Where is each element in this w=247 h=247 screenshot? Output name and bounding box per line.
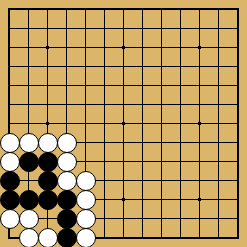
board-point[interactable] [57,152,76,171]
board-point[interactable] [19,190,38,209]
board-point[interactable] [152,171,171,190]
board-point[interactable] [19,228,38,247]
white-stone[interactable] [38,228,58,247]
board-point[interactable] [76,76,95,95]
board-point[interactable] [171,38,190,57]
board-point[interactable] [0,19,19,38]
board-point[interactable] [38,133,57,152]
board-point[interactable] [95,152,114,171]
board-point[interactable] [171,95,190,114]
board-point[interactable] [38,114,57,133]
board-point[interactable] [95,209,114,228]
board-point[interactable] [171,228,190,247]
board-point[interactable] [76,38,95,57]
board-point[interactable] [209,190,228,209]
board-point[interactable] [76,19,95,38]
board-point[interactable] [228,114,247,133]
board-point[interactable] [209,76,228,95]
board-point[interactable] [57,209,76,228]
board-point[interactable] [38,209,57,228]
board-point[interactable] [19,152,38,171]
white-stone[interactable] [0,209,20,229]
board-point[interactable] [38,76,57,95]
board-point[interactable] [228,95,247,114]
board-point[interactable] [114,133,133,152]
board-point[interactable] [114,95,133,114]
board-point[interactable] [171,19,190,38]
board-point[interactable] [190,190,209,209]
white-stone[interactable] [76,228,96,247]
board-point[interactable] [152,228,171,247]
board-point[interactable] [38,57,57,76]
white-stone[interactable] [57,133,77,153]
board-point[interactable] [228,171,247,190]
board-point[interactable] [133,152,152,171]
board-point[interactable] [95,38,114,57]
board-point[interactable] [114,152,133,171]
board-point[interactable] [228,38,247,57]
board-point[interactable] [19,0,38,19]
board-point[interactable] [38,152,57,171]
board-point[interactable] [95,0,114,19]
white-stone[interactable] [76,209,96,229]
board-point[interactable] [228,209,247,228]
board-point[interactable] [133,171,152,190]
board-point[interactable] [19,114,38,133]
board-point[interactable] [228,228,247,247]
board-point[interactable] [95,133,114,152]
board-point[interactable] [114,228,133,247]
board-point[interactable] [19,57,38,76]
board-point[interactable] [0,171,19,190]
board-point[interactable] [0,38,19,57]
board-point[interactable] [152,152,171,171]
board-point[interactable] [95,57,114,76]
board-point[interactable] [209,57,228,76]
board-point[interactable] [114,19,133,38]
board-point[interactable] [114,114,133,133]
stone-grid [0,0,247,247]
board-point[interactable] [228,76,247,95]
board-point[interactable] [0,95,19,114]
board-point[interactable] [190,0,209,19]
board-point[interactable] [133,76,152,95]
black-stone[interactable] [0,171,20,191]
board-point[interactable] [114,76,133,95]
board-point[interactable] [190,133,209,152]
board-point[interactable] [209,228,228,247]
board-point[interactable] [38,228,57,247]
board-point[interactable] [209,95,228,114]
white-stone[interactable] [19,209,39,229]
board-point[interactable] [76,209,95,228]
board-point[interactable] [19,76,38,95]
board-point[interactable] [190,95,209,114]
board-point[interactable] [0,76,19,95]
board-point[interactable] [152,95,171,114]
go-board-diagram [0,0,247,247]
board-point[interactable] [76,190,95,209]
board-point[interactable] [228,152,247,171]
black-stone[interactable] [38,190,58,210]
board-point[interactable] [76,133,95,152]
board-point[interactable] [133,0,152,19]
board-point[interactable] [95,76,114,95]
board-point[interactable] [190,171,209,190]
board-point[interactable] [190,209,209,228]
board-point[interactable] [95,190,114,209]
board-point[interactable] [228,57,247,76]
board-point[interactable] [38,95,57,114]
white-stone[interactable] [76,190,96,210]
board-point[interactable] [190,76,209,95]
board-point[interactable] [57,95,76,114]
board-point[interactable] [114,190,133,209]
board-point[interactable] [133,19,152,38]
board-point[interactable] [171,171,190,190]
board-point[interactable] [228,133,247,152]
board-point[interactable] [133,228,152,247]
board-point[interactable] [152,190,171,209]
board-point[interactable] [19,95,38,114]
board-point[interactable] [171,114,190,133]
board-point[interactable] [209,38,228,57]
board-point[interactable] [152,38,171,57]
board-point[interactable] [76,114,95,133]
white-stone[interactable] [0,133,20,153]
board-point[interactable] [209,152,228,171]
black-stone[interactable] [19,152,39,172]
board-point[interactable] [133,95,152,114]
board-point[interactable] [171,152,190,171]
board-point[interactable] [57,38,76,57]
board-point[interactable] [57,171,76,190]
board-point[interactable] [0,114,19,133]
board-point[interactable] [76,0,95,19]
board-point[interactable] [133,190,152,209]
board-point[interactable] [38,0,57,19]
board-point[interactable] [38,190,57,209]
board-point[interactable] [19,133,38,152]
board-point[interactable] [190,114,209,133]
black-stone[interactable] [0,190,20,210]
board-point[interactable] [152,114,171,133]
board-point[interactable] [190,57,209,76]
board-point[interactable] [76,228,95,247]
board-point[interactable] [0,152,19,171]
board-point[interactable] [209,209,228,228]
board-point[interactable] [57,133,76,152]
board-point[interactable] [95,171,114,190]
board-point[interactable] [76,57,95,76]
white-stone[interactable] [57,171,77,191]
board-point[interactable] [114,0,133,19]
board-point[interactable] [114,57,133,76]
board-point[interactable] [152,209,171,228]
board-point[interactable] [190,38,209,57]
board-point[interactable] [228,0,247,19]
board-point[interactable] [209,171,228,190]
board-point[interactable] [152,133,171,152]
board-point[interactable] [57,190,76,209]
board-point[interactable] [133,209,152,228]
board-point[interactable] [0,0,19,19]
board-point[interactable] [95,19,114,38]
board-point[interactable] [76,95,95,114]
board-point[interactable] [152,0,171,19]
white-stone[interactable] [19,228,39,247]
board-point[interactable] [171,57,190,76]
board-point[interactable] [38,171,57,190]
board-point[interactable] [76,152,95,171]
board-point[interactable] [19,19,38,38]
board-point[interactable] [57,0,76,19]
board-point[interactable] [171,190,190,209]
board-point[interactable] [19,209,38,228]
board-point[interactable] [209,114,228,133]
board-point[interactable] [19,38,38,57]
board-point[interactable] [228,19,247,38]
go-board [0,0,247,247]
board-point[interactable] [0,133,19,152]
board-point[interactable] [171,76,190,95]
board-point[interactable] [76,171,95,190]
white-stone[interactable] [0,152,20,172]
white-stone[interactable] [19,133,39,153]
board-point[interactable] [57,76,76,95]
board-point[interactable] [209,0,228,19]
board-point[interactable] [152,76,171,95]
board-point[interactable] [114,209,133,228]
board-point[interactable] [190,19,209,38]
board-point[interactable] [114,171,133,190]
board-point[interactable] [38,19,57,38]
black-stone[interactable] [38,171,58,191]
board-point[interactable] [133,38,152,57]
black-stone[interactable] [57,190,77,210]
board-point[interactable] [57,57,76,76]
board-point[interactable] [57,19,76,38]
board-point[interactable] [0,209,19,228]
white-stone[interactable] [57,152,77,172]
board-point[interactable] [0,57,19,76]
board-point[interactable] [0,190,19,209]
board-point[interactable] [209,19,228,38]
board-point[interactable] [38,38,57,57]
board-point[interactable] [190,228,209,247]
board-point[interactable] [152,19,171,38]
board-point[interactable] [133,133,152,152]
board-point[interactable] [95,114,114,133]
black-stone[interactable] [19,190,39,210]
black-stone[interactable] [57,209,77,229]
board-point[interactable] [171,133,190,152]
board-point[interactable] [0,228,19,247]
board-point[interactable] [57,114,76,133]
board-point[interactable] [228,190,247,209]
black-stone[interactable] [57,228,77,247]
white-stone[interactable] [38,133,58,153]
board-point[interactable] [57,228,76,247]
board-point[interactable] [171,0,190,19]
board-point[interactable] [190,152,209,171]
black-stone[interactable] [38,152,58,172]
board-point[interactable] [209,133,228,152]
board-point[interactable] [95,228,114,247]
board-point[interactable] [114,38,133,57]
board-point[interactable] [95,95,114,114]
board-point[interactable] [19,171,38,190]
board-point[interactable] [171,209,190,228]
white-stone[interactable] [76,171,96,191]
board-point[interactable] [152,57,171,76]
board-point[interactable] [133,114,152,133]
board-point[interactable] [133,57,152,76]
